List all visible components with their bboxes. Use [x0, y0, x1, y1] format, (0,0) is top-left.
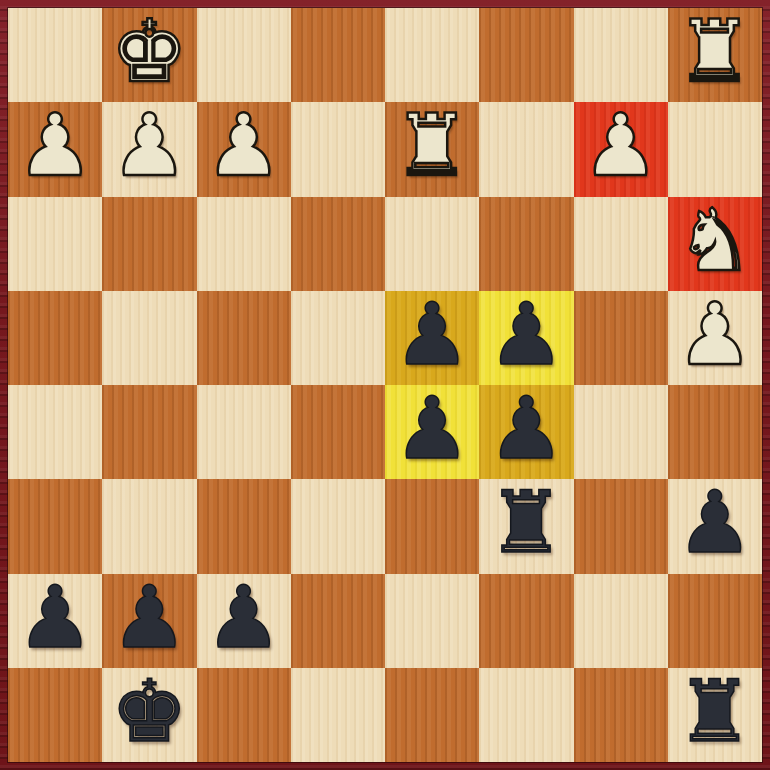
square-e8[interactable]	[385, 8, 479, 102]
square-e3[interactable]	[385, 479, 479, 573]
white-pawn[interactable]: ♟	[582, 102, 659, 188]
square-f5[interactable]: ♟	[479, 291, 573, 385]
square-g7[interactable]: ♟	[574, 102, 668, 196]
white-pawn[interactable]: ♟	[111, 102, 188, 188]
square-f1[interactable]	[479, 668, 573, 762]
square-d3[interactable]	[291, 479, 385, 573]
square-h6[interactable]: ♞	[668, 197, 762, 291]
square-f7[interactable]	[479, 102, 573, 196]
square-g4[interactable]	[574, 385, 668, 479]
square-e1[interactable]	[385, 668, 479, 762]
white-king[interactable]: ♚	[111, 8, 188, 94]
black-rook[interactable]: ♜	[488, 479, 565, 565]
square-c1[interactable]	[197, 668, 291, 762]
square-g2[interactable]	[574, 574, 668, 668]
square-b4[interactable]	[102, 385, 196, 479]
square-h3[interactable]: ♟	[668, 479, 762, 573]
square-g5[interactable]	[574, 291, 668, 385]
square-d1[interactable]	[291, 668, 385, 762]
black-rook[interactable]: ♜	[676, 668, 753, 754]
square-c5[interactable]	[197, 291, 291, 385]
square-a8[interactable]	[8, 8, 102, 102]
square-c6[interactable]	[197, 197, 291, 291]
square-g8[interactable]	[574, 8, 668, 102]
square-b8[interactable]: ♚	[102, 8, 196, 102]
square-h4[interactable]	[668, 385, 762, 479]
square-e6[interactable]	[385, 197, 479, 291]
black-pawn[interactable]: ♟	[394, 385, 471, 471]
square-e7[interactable]: ♜	[385, 102, 479, 196]
square-a5[interactable]	[8, 291, 102, 385]
white-pawn[interactable]: ♟	[17, 102, 94, 188]
black-pawn[interactable]: ♟	[394, 291, 471, 377]
square-e5[interactable]: ♟	[385, 291, 479, 385]
square-g1[interactable]	[574, 668, 668, 762]
white-rook[interactable]: ♜	[394, 102, 471, 188]
square-f3[interactable]: ♜	[479, 479, 573, 573]
square-c7[interactable]: ♟	[197, 102, 291, 196]
square-a4[interactable]	[8, 385, 102, 479]
square-d7[interactable]	[291, 102, 385, 196]
square-h8[interactable]: ♜	[668, 8, 762, 102]
black-pawn[interactable]: ♟	[205, 574, 282, 660]
black-pawn[interactable]: ♟	[676, 479, 753, 565]
square-h7[interactable]	[668, 102, 762, 196]
square-f8[interactable]	[479, 8, 573, 102]
black-king[interactable]: ♚	[111, 668, 188, 754]
square-d5[interactable]	[291, 291, 385, 385]
square-c3[interactable]	[197, 479, 291, 573]
square-b3[interactable]	[102, 479, 196, 573]
black-pawn[interactable]: ♟	[17, 574, 94, 660]
square-f6[interactable]	[479, 197, 573, 291]
square-a1[interactable]	[8, 668, 102, 762]
square-h5[interactable]: ♟	[668, 291, 762, 385]
square-g3[interactable]	[574, 479, 668, 573]
square-a7[interactable]: ♟	[8, 102, 102, 196]
square-b7[interactable]: ♟	[102, 102, 196, 196]
square-f4[interactable]: ♟	[479, 385, 573, 479]
square-f2[interactable]	[479, 574, 573, 668]
white-pawn[interactable]: ♟	[205, 102, 282, 188]
square-c2[interactable]: ♟	[197, 574, 291, 668]
chess-board: ♚♜♟♟♟♜♟♞♟♟♟♟♟♜♟♟♟♟♚♜	[8, 8, 762, 762]
white-knight[interactable]: ♞	[676, 197, 753, 283]
square-a3[interactable]	[8, 479, 102, 573]
square-b6[interactable]	[102, 197, 196, 291]
square-e2[interactable]	[385, 574, 479, 668]
chess-board-frame: ♚♜♟♟♟♜♟♞♟♟♟♟♟♜♟♟♟♟♚♜	[0, 0, 770, 770]
white-pawn[interactable]: ♟	[676, 291, 753, 377]
square-a6[interactable]	[8, 197, 102, 291]
white-rook[interactable]: ♜	[676, 8, 753, 94]
square-h2[interactable]	[668, 574, 762, 668]
square-g6[interactable]	[574, 197, 668, 291]
square-h1[interactable]: ♜	[668, 668, 762, 762]
square-d2[interactable]	[291, 574, 385, 668]
square-d8[interactable]	[291, 8, 385, 102]
square-d4[interactable]	[291, 385, 385, 479]
square-d6[interactable]	[291, 197, 385, 291]
square-a2[interactable]: ♟	[8, 574, 102, 668]
black-pawn[interactable]: ♟	[111, 574, 188, 660]
square-e4[interactable]: ♟	[385, 385, 479, 479]
square-c4[interactable]	[197, 385, 291, 479]
square-c8[interactable]	[197, 8, 291, 102]
square-b5[interactable]	[102, 291, 196, 385]
square-b2[interactable]: ♟	[102, 574, 196, 668]
black-pawn[interactable]: ♟	[488, 385, 565, 471]
black-pawn[interactable]: ♟	[488, 291, 565, 377]
square-b1[interactable]: ♚	[102, 668, 196, 762]
